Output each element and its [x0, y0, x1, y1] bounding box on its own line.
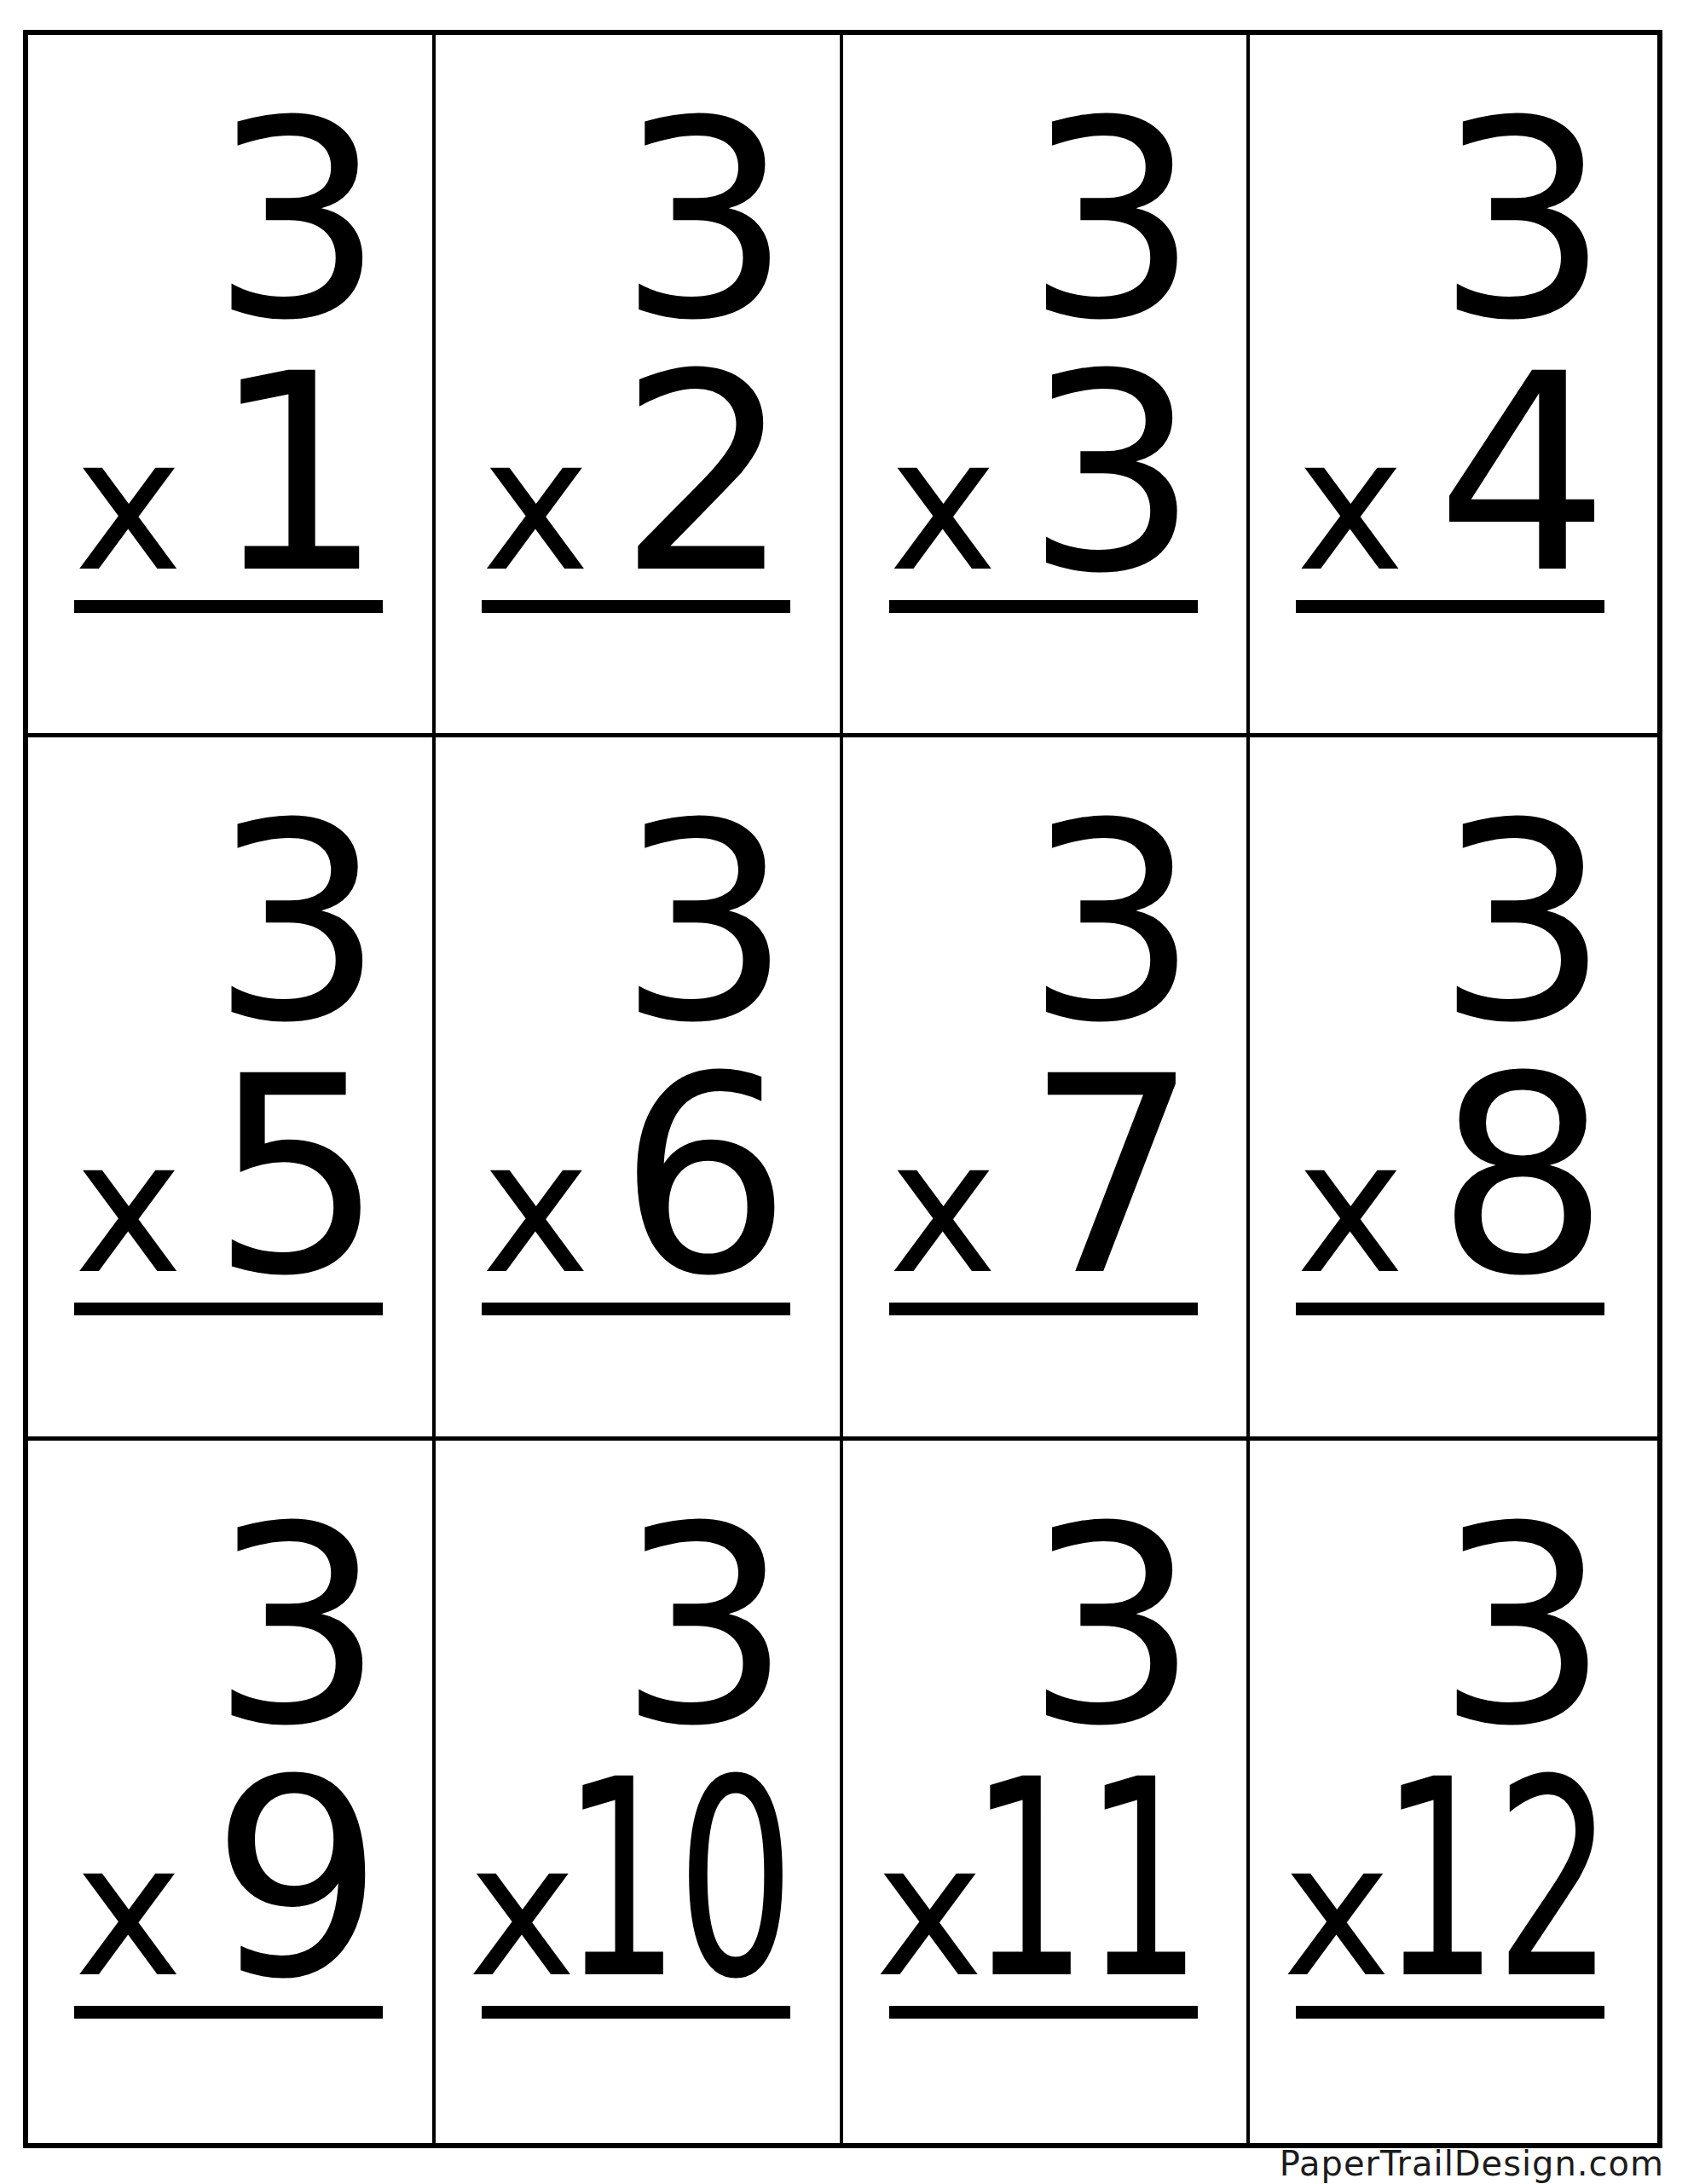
- multiplier-number: 5: [211, 1040, 384, 1313]
- multiplier-number: 6: [618, 1040, 792, 1313]
- flash-card-3x9: 3x9: [28, 1441, 436, 2143]
- multiplication-sign: x: [74, 1819, 182, 2002]
- answer-line: [889, 1303, 1198, 1315]
- flash-card-3x10: 3x10: [436, 1441, 843, 2143]
- multiplication-sign: x: [468, 1819, 576, 2002]
- answer-line: [889, 600, 1198, 613]
- answer-line: [482, 600, 790, 613]
- watermark-text: PaperTrailDesign.com: [1280, 2145, 1664, 2182]
- answer-line: [1296, 600, 1604, 613]
- multiplication-sign: x: [1296, 413, 1404, 597]
- multiplication-sign: x: [889, 1116, 997, 1299]
- answer-line: [74, 600, 383, 613]
- flash-card-3x8: 3x8: [1250, 737, 1657, 1440]
- flash-card-3x12: 3x12: [1250, 1441, 1657, 2143]
- multiplication-sign: x: [889, 413, 997, 597]
- multiplication-sign: x: [1296, 1116, 1404, 1299]
- answer-line: [74, 2006, 383, 2019]
- multiplier-number: 3: [1026, 338, 1200, 610]
- multiplication-sign: x: [876, 1819, 984, 2002]
- multiplier-number: 4: [1436, 338, 1610, 610]
- flash-card-grid: 3x13x23x33x43x53x63x73x83x93x103x113x12: [23, 30, 1662, 2148]
- answer-line: [482, 2006, 790, 2019]
- answer-line: [889, 2006, 1198, 2019]
- flash-card-3x4: 3x4: [1250, 35, 1657, 737]
- multiplier-number: 2: [618, 338, 792, 610]
- answer-line: [1296, 1303, 1604, 1315]
- flash-card-3x11: 3x11: [843, 1441, 1251, 2143]
- multiplication-sign: x: [482, 413, 590, 597]
- flash-card-3x2: 3x2: [436, 35, 843, 737]
- multiplier-number: 11: [970, 1743, 1200, 2016]
- multiplier-number: 10: [563, 1743, 792, 2016]
- flash-card-sheet: 3x13x23x33x43x53x63x73x83x93x103x113x12 …: [0, 0, 1688, 2184]
- multiplier-number: 12: [1380, 1743, 1610, 2016]
- flash-card-3x1: 3x1: [28, 35, 436, 737]
- multiplier-number: 7: [1026, 1040, 1200, 1313]
- answer-line: [74, 1303, 383, 1315]
- multiplier-number: 8: [1436, 1040, 1610, 1313]
- answer-line: [1296, 2006, 1604, 2019]
- multiplication-sign: x: [74, 413, 182, 597]
- multiplication-sign: x: [74, 1116, 182, 1299]
- answer-line: [482, 1303, 790, 1315]
- multiplication-sign: x: [1282, 1819, 1390, 2002]
- flash-card-3x7: 3x7: [843, 737, 1251, 1440]
- multiplication-sign: x: [482, 1116, 590, 1299]
- multiplier-number: 9: [211, 1743, 384, 2016]
- flash-card-3x3: 3x3: [843, 35, 1251, 737]
- flash-card-3x5: 3x5: [28, 737, 436, 1440]
- flash-card-3x6: 3x6: [436, 737, 843, 1440]
- multiplier-number: 1: [211, 338, 384, 610]
